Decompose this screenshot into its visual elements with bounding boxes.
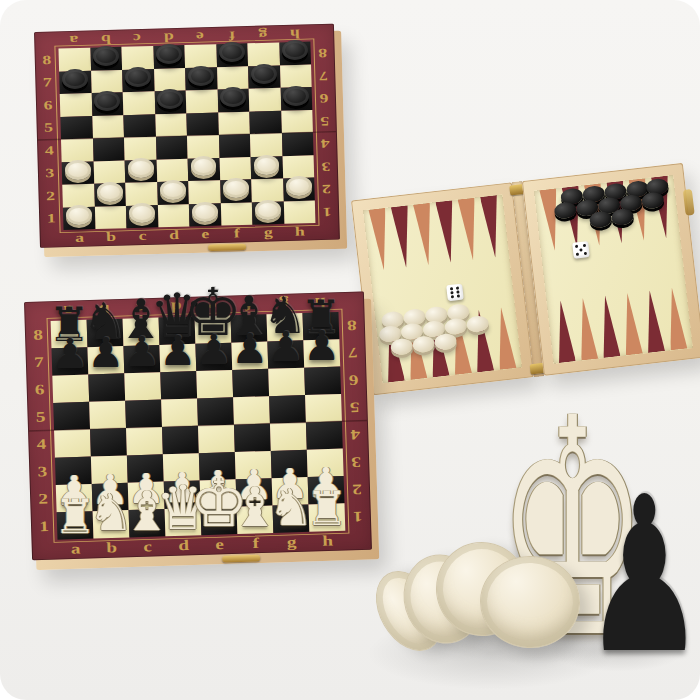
square-c7 xyxy=(122,69,154,93)
square-e1 xyxy=(201,507,238,535)
die-pip xyxy=(583,244,586,247)
chess-board: abcdefghabcdefgh8765432187654321 xyxy=(24,291,372,560)
rank-label: 3 xyxy=(343,448,370,476)
die-pip xyxy=(575,245,578,248)
file-label: d xyxy=(165,535,202,556)
square-g5 xyxy=(269,395,306,423)
file-label: e xyxy=(194,296,231,317)
square-c8 xyxy=(121,46,153,70)
rank-label: 8 xyxy=(25,321,52,349)
product-photo-stage: abcdefghabcdefgh8765432187654321 abcdefg… xyxy=(0,0,700,700)
square-d3 xyxy=(156,158,188,182)
square-e7 xyxy=(185,67,217,91)
file-label: b xyxy=(86,299,123,320)
square-e4 xyxy=(187,135,219,159)
rank-label: 5 xyxy=(27,403,54,431)
square-d2 xyxy=(157,181,189,205)
square-a4 xyxy=(54,429,91,457)
rank-label: 4 xyxy=(37,139,62,162)
backgammon-point xyxy=(458,198,482,262)
die-pip xyxy=(456,286,459,289)
square-h5 xyxy=(281,110,313,134)
rank-label: 5 xyxy=(341,393,368,421)
square-c8 xyxy=(123,318,160,346)
square-g8 xyxy=(247,42,279,66)
die-pip xyxy=(457,295,460,298)
file-label: h xyxy=(278,24,310,42)
file-label: a xyxy=(57,539,94,560)
brass-clasp xyxy=(208,244,246,252)
square-g1 xyxy=(273,504,310,532)
rank-label: 4 xyxy=(342,420,369,448)
square-f2 xyxy=(220,179,252,203)
rank-label: 7 xyxy=(339,338,366,366)
square-e4 xyxy=(198,425,235,453)
square-e5 xyxy=(186,112,218,136)
square-f8 xyxy=(216,43,248,67)
square-g7 xyxy=(267,340,304,368)
file-label: f xyxy=(215,26,247,44)
square-b7 xyxy=(91,70,123,94)
square-h2 xyxy=(308,476,345,504)
square-e2 xyxy=(188,180,220,204)
file-label: h xyxy=(302,292,339,313)
white-checkers-stack xyxy=(380,532,610,692)
square-c6 xyxy=(124,372,161,400)
square-e3 xyxy=(188,158,220,182)
file-label: d xyxy=(152,28,184,46)
square-b5 xyxy=(89,401,126,429)
square-b5 xyxy=(92,115,124,139)
backgammon-point xyxy=(435,200,459,264)
board-frame: abcdefghabcdefgh8765432187654321 xyxy=(34,24,340,248)
square-b4 xyxy=(90,428,127,456)
rank-label: 7 xyxy=(35,71,60,94)
square-c5 xyxy=(125,400,162,428)
backgammon-right-half xyxy=(522,163,700,376)
rank-label: 1 xyxy=(315,200,340,223)
square-e2 xyxy=(200,479,237,507)
points-top xyxy=(363,194,509,271)
square-f1 xyxy=(220,202,252,226)
die-pip xyxy=(451,296,454,299)
square-c4 xyxy=(124,137,156,161)
file-label: c xyxy=(127,227,159,245)
square-a3 xyxy=(55,457,92,485)
rank-label: 2 xyxy=(38,185,63,208)
square-e7 xyxy=(195,343,232,371)
square-a4 xyxy=(61,138,93,162)
file-label: c xyxy=(129,536,166,557)
square-g6 xyxy=(268,368,305,396)
square-d4 xyxy=(162,426,199,454)
square-a3 xyxy=(62,161,94,185)
file-label: b xyxy=(89,30,121,48)
backgammon-right-interior xyxy=(534,175,693,364)
square-d7 xyxy=(154,68,186,92)
square-h1 xyxy=(308,503,345,531)
square-b8 xyxy=(90,47,122,71)
square-d1 xyxy=(157,204,189,228)
square-e6 xyxy=(196,370,233,398)
square-g3 xyxy=(271,450,308,478)
square-d8 xyxy=(159,316,196,344)
square-d8 xyxy=(153,45,185,69)
square-h3 xyxy=(307,449,344,477)
square-g6 xyxy=(249,88,281,112)
square-b6 xyxy=(88,373,125,401)
square-h2 xyxy=(283,178,315,202)
rank-label: 6 xyxy=(36,94,61,117)
square-b6 xyxy=(91,92,123,116)
backgammon-point xyxy=(539,188,563,252)
file-label: e xyxy=(189,226,221,244)
file-label: f xyxy=(237,533,274,554)
square-a1 xyxy=(63,206,95,230)
square-h5 xyxy=(305,394,342,422)
square-b2 xyxy=(94,183,126,207)
square-h4 xyxy=(281,132,313,156)
square-c2 xyxy=(128,482,165,510)
file-label: f xyxy=(221,225,253,243)
die-pip xyxy=(576,253,579,256)
square-h1 xyxy=(283,200,315,224)
rank-label: 8 xyxy=(338,311,365,339)
square-a6 xyxy=(52,374,89,402)
square-a2 xyxy=(62,184,94,208)
square-h7 xyxy=(280,64,312,88)
square-f4 xyxy=(218,134,250,158)
square-f7 xyxy=(231,341,268,369)
square-e3 xyxy=(199,452,236,480)
file-label: e xyxy=(184,27,216,45)
square-b3 xyxy=(91,455,128,483)
rank-label: 3 xyxy=(314,154,339,177)
rank-label: 2 xyxy=(314,177,339,200)
rank-label: 1 xyxy=(31,512,58,540)
square-f6 xyxy=(232,369,269,397)
file-label: a xyxy=(64,229,96,247)
die-showing-6 xyxy=(446,284,464,302)
square-a5 xyxy=(53,402,90,430)
square-a8 xyxy=(51,320,88,348)
square-h8 xyxy=(279,42,311,66)
square-b7 xyxy=(87,346,124,374)
file-label: a xyxy=(58,30,90,48)
square-f6 xyxy=(217,89,249,113)
square-d1 xyxy=(165,508,202,536)
square-h7 xyxy=(303,339,340,367)
rank-label: 1 xyxy=(344,502,371,530)
square-d2 xyxy=(164,480,201,508)
square-h3 xyxy=(282,155,314,179)
backgammon-latch xyxy=(683,189,695,216)
square-b1 xyxy=(94,206,126,230)
square-c6 xyxy=(123,91,155,115)
square-h4 xyxy=(306,421,343,449)
file-label: h xyxy=(284,223,316,241)
square-f5 xyxy=(233,396,270,424)
square-f5 xyxy=(218,111,250,135)
square-f7 xyxy=(217,66,249,90)
square-h6 xyxy=(280,87,312,111)
square-d4 xyxy=(155,136,187,160)
square-f2 xyxy=(236,478,273,506)
points-bottom xyxy=(547,286,693,363)
square-d7 xyxy=(159,344,196,372)
square-d6 xyxy=(154,90,186,114)
square-f1 xyxy=(237,506,274,534)
backgammon-point xyxy=(574,297,598,361)
square-e5 xyxy=(197,397,234,425)
board-frame: abcdefghabcdefgh8765432187654321 xyxy=(24,291,372,560)
file-label: g xyxy=(247,25,279,43)
square-a7 xyxy=(59,70,91,94)
die-pip xyxy=(579,248,582,251)
square-g4 xyxy=(250,133,282,157)
square-f3 xyxy=(235,451,272,479)
file-label: d xyxy=(158,226,190,244)
square-c2 xyxy=(125,182,157,206)
square-g2 xyxy=(251,178,283,202)
square-b3 xyxy=(93,160,125,184)
backgammon-point xyxy=(552,300,576,364)
square-f8 xyxy=(231,314,268,342)
square-a8 xyxy=(58,48,90,72)
square-g4 xyxy=(270,422,307,450)
rank-label: 1 xyxy=(39,207,64,230)
square-e6 xyxy=(186,90,218,114)
rank-label: 2 xyxy=(344,475,371,503)
rank-label: 8 xyxy=(34,49,59,72)
square-e8 xyxy=(195,315,232,343)
rank-label: 4 xyxy=(28,430,55,458)
backgammon-point xyxy=(641,289,665,353)
square-d5 xyxy=(155,113,187,137)
rank-label: 5 xyxy=(36,117,61,140)
rank-label: 3 xyxy=(38,162,63,185)
square-g8 xyxy=(267,313,304,341)
backgammon-point xyxy=(391,205,415,269)
file-label: f xyxy=(230,294,267,315)
square-c4 xyxy=(126,427,163,455)
square-e1 xyxy=(189,203,221,227)
square-c7 xyxy=(123,345,160,373)
square-g7 xyxy=(248,65,280,89)
rank-label: 6 xyxy=(26,376,53,404)
square-d3 xyxy=(163,453,200,481)
backgammon-point xyxy=(480,195,504,259)
file-label: e xyxy=(201,534,238,555)
die-pip xyxy=(450,287,453,290)
square-a5 xyxy=(60,116,92,140)
square-h6 xyxy=(304,367,341,395)
square-b1 xyxy=(93,510,130,538)
file-label: d xyxy=(158,297,195,318)
square-a2 xyxy=(56,484,93,512)
file-label: h xyxy=(309,531,346,552)
square-a7 xyxy=(51,347,88,375)
square-d6 xyxy=(160,371,197,399)
rank-label: 7 xyxy=(311,64,336,87)
die-pip xyxy=(584,252,587,255)
die-pip xyxy=(450,291,453,294)
square-g2 xyxy=(272,477,309,505)
square-b4 xyxy=(92,138,124,162)
backgammon-point xyxy=(663,287,687,351)
rank-label: 6 xyxy=(312,86,337,109)
square-c1 xyxy=(126,205,158,229)
rank-label: 4 xyxy=(313,132,338,155)
square-g1 xyxy=(252,201,284,225)
square-b2 xyxy=(92,483,129,511)
file-label: c xyxy=(121,29,153,47)
rank-label: 5 xyxy=(312,109,337,132)
file-label: c xyxy=(122,298,159,319)
square-g3 xyxy=(251,156,283,180)
file-label: g xyxy=(252,224,284,242)
rank-label: 2 xyxy=(30,485,57,513)
square-c3 xyxy=(125,159,157,183)
backgammon-point xyxy=(368,208,392,272)
square-c1 xyxy=(129,509,166,537)
square-d5 xyxy=(161,398,198,426)
rank-label: 7 xyxy=(25,348,52,376)
rank-label: 6 xyxy=(340,366,367,394)
square-c5 xyxy=(123,114,155,138)
square-f4 xyxy=(234,424,271,452)
backgammon-point xyxy=(619,292,643,356)
die-pip xyxy=(456,290,459,293)
square-a1 xyxy=(57,511,94,539)
file-label: a xyxy=(50,300,87,321)
die-showing-5 xyxy=(572,241,590,259)
square-e8 xyxy=(184,44,216,68)
backgammon-point xyxy=(597,295,621,359)
square-c3 xyxy=(127,454,164,482)
rank-label: 8 xyxy=(310,41,335,64)
checkers-board: abcdefghabcdefgh8765432187654321 xyxy=(34,24,340,248)
square-h8 xyxy=(302,312,339,340)
square-b8 xyxy=(87,319,124,347)
file-label: b xyxy=(93,537,130,558)
backgammon-point xyxy=(413,203,437,267)
file-label: g xyxy=(266,293,303,314)
rank-label: 3 xyxy=(29,458,56,486)
file-label: b xyxy=(95,228,127,246)
square-f3 xyxy=(219,157,251,181)
file-label: g xyxy=(273,532,310,553)
square-g5 xyxy=(249,110,281,134)
brass-clasp xyxy=(222,555,260,563)
square-a6 xyxy=(60,93,92,117)
